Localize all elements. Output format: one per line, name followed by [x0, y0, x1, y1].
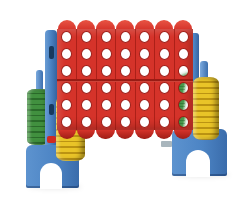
board-hole: [61, 82, 72, 94]
board-cell-r1-c4[interactable]: [115, 29, 134, 46]
board-cell-r6-c4[interactable]: [115, 113, 134, 130]
board-cell-r2-c4[interactable]: [115, 46, 134, 63]
board-scallop-hump: [96, 130, 114, 139]
board-cell-r6-c5[interactable]: [135, 113, 154, 130]
board-scallop-hump: [58, 130, 76, 139]
board-hole: [101, 116, 112, 128]
foot-arch-cutout: [40, 163, 62, 189]
board-cell-r3-c2[interactable]: [76, 63, 95, 80]
board-scallop-hump: [174, 130, 192, 139]
board-cell-r6-c1[interactable]: [57, 113, 76, 130]
board-cell-r2-c3[interactable]: [96, 46, 115, 63]
board-cell-r4-c4[interactable]: [115, 80, 134, 97]
board-cell-r3-c5[interactable]: [135, 63, 154, 80]
board-hole: [178, 65, 189, 77]
board-cell-r6-c3[interactable]: [96, 113, 115, 130]
board-cell-r4-c7[interactable]: [174, 80, 193, 97]
board-hole: [159, 99, 170, 111]
board-hole: [61, 48, 72, 60]
board-hole: [139, 48, 150, 60]
board-cell-r2-c1[interactable]: [57, 46, 76, 63]
board-hole: [120, 99, 131, 111]
board-cell-r3-c4[interactable]: [115, 63, 134, 80]
board-hole: [81, 48, 92, 60]
board-cell-r1-c1[interactable]: [57, 29, 76, 46]
board-cell-r6-c6[interactable]: [154, 113, 173, 130]
connect-four-board: [57, 20, 193, 139]
board-bottom-edge: [57, 130, 193, 139]
board-scallop-hump: [77, 130, 95, 139]
board-cell-r4-c2[interactable]: [76, 80, 95, 97]
board-hole: [81, 31, 92, 43]
board-cell-r4-c5[interactable]: [135, 80, 154, 97]
board-hole: [61, 99, 72, 111]
board-hole: [139, 65, 150, 77]
board-hole: [139, 31, 150, 43]
board-hole: [159, 65, 170, 77]
board-hole: [101, 99, 112, 111]
board-hole: [101, 48, 112, 60]
red-clip: [47, 136, 56, 143]
board-hole: [178, 48, 189, 60]
foot-arch-cutout: [186, 150, 210, 177]
board-cell-r5-c1[interactable]: [57, 96, 76, 113]
board-hole: [139, 99, 150, 111]
giant-connect-four-set: [0, 0, 250, 209]
board-hole: [139, 82, 150, 94]
board-hole: [159, 116, 170, 128]
board-cell-r1-c6[interactable]: [154, 29, 173, 46]
board-hole: [61, 116, 72, 128]
board-cell-r1-c3[interactable]: [96, 29, 115, 46]
board-scallop-hump: [135, 130, 153, 139]
board-cell-r3-c6[interactable]: [154, 63, 173, 80]
board-cell-r3-c7[interactable]: [174, 63, 193, 80]
board-cell-r4-c6[interactable]: [154, 80, 173, 97]
board-cell-r5-c4[interactable]: [115, 96, 134, 113]
board-cell-r3-c1[interactable]: [57, 63, 76, 80]
board-cell-r2-c7[interactable]: [174, 46, 193, 63]
board-cell-r5-c5[interactable]: [135, 96, 154, 113]
board-hole: [120, 31, 131, 43]
board-hole: [61, 65, 72, 77]
board-cell-r5-c2[interactable]: [76, 96, 95, 113]
board-hole: [61, 31, 72, 43]
board-hole: [81, 99, 92, 111]
board-hole: [120, 65, 131, 77]
board-cell-r3-c3[interactable]: [96, 63, 115, 80]
right-yellow-disc-stack[interactable]: [193, 77, 219, 140]
board-hole: [101, 31, 112, 43]
board-hole: [139, 116, 150, 128]
board-hole: [178, 31, 189, 43]
board-cell-r6-c2[interactable]: [76, 113, 95, 130]
board-hole: [81, 116, 92, 128]
board-hole: [159, 48, 170, 60]
board-hole: [120, 116, 131, 128]
board-hole: [159, 31, 170, 43]
board-hole: [101, 82, 112, 94]
board-hole: [101, 65, 112, 77]
board-hole: [178, 99, 189, 111]
board-hole: [178, 82, 189, 94]
board-hole: [81, 65, 92, 77]
board-cell-r5-c7[interactable]: [174, 96, 193, 113]
board-cell-r2-c5[interactable]: [135, 46, 154, 63]
board-cell-r4-c1[interactable]: [57, 80, 76, 97]
board-cell-r1-c5[interactable]: [135, 29, 154, 46]
board-hole: [159, 82, 170, 94]
board-hole: [178, 116, 189, 128]
gray-clip: [161, 141, 172, 147]
board-cell-r2-c2[interactable]: [76, 46, 95, 63]
post-slot-icon: [49, 104, 54, 115]
post-slot-icon: [49, 46, 54, 59]
board-scallop-hump: [155, 130, 173, 139]
board-cell-r2-c6[interactable]: [154, 46, 173, 63]
board-scallop-hump: [116, 130, 134, 139]
board-cell-r5-c6[interactable]: [154, 96, 173, 113]
board-hole: [120, 48, 131, 60]
board-cell-r1-c7[interactable]: [174, 29, 193, 46]
board-cell-r1-c2[interactable]: [76, 29, 95, 46]
board-hole: [81, 82, 92, 94]
board-cell-r5-c3[interactable]: [96, 96, 115, 113]
board-mid-seam: [57, 79, 193, 82]
board-cell-r4-c3[interactable]: [96, 80, 115, 97]
board-cell-r6-c7[interactable]: [174, 113, 193, 130]
board-hole: [120, 82, 131, 94]
